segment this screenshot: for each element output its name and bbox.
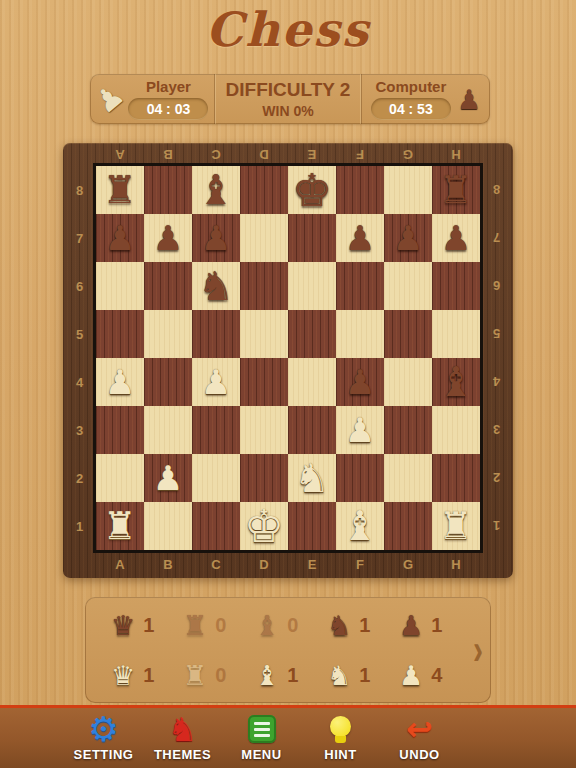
piece-black-king-e8[interactable]: ♚ xyxy=(292,168,332,213)
rank-label-8: 8 xyxy=(63,166,96,214)
piece-black-knight-c6[interactable]: ♞ xyxy=(198,266,234,306)
captured-dark-queen: ♛1 xyxy=(111,612,165,639)
square-c1[interactable] xyxy=(192,502,240,550)
square-c3[interactable] xyxy=(192,406,240,454)
piece-black-pawn-g7[interactable]: ♟ xyxy=(393,221,423,255)
square-h8[interactable]: ♜ xyxy=(432,166,480,214)
captured-light-rook: ♜0 xyxy=(183,662,237,689)
dark-pawn-icon: ♟ xyxy=(399,612,423,639)
undo-button[interactable]: ↩UNDO xyxy=(380,711,459,767)
undo-icon: ↩ xyxy=(406,711,433,747)
square-d8[interactable] xyxy=(240,166,288,214)
captured-light-queen-count: 1 xyxy=(143,664,154,687)
player-pawn-icon: ♟ xyxy=(89,79,129,119)
file-labels-top: ABCDEFGH xyxy=(96,143,480,166)
chess-board-frame: ABCDEFGH ABCDEFGH 87654321 87654321 ♜♝♚♜… xyxy=(63,143,513,578)
square-a5[interactable] xyxy=(96,310,144,358)
square-e5[interactable] xyxy=(288,310,336,358)
toolbar: ⚙SETTING♞THEMESMENUHINT↩UNDO xyxy=(0,705,576,768)
rank-label-7: 7 xyxy=(480,214,513,262)
square-c7[interactable]: ♟ xyxy=(192,214,240,262)
square-f8[interactable] xyxy=(336,166,384,214)
square-e6[interactable] xyxy=(288,262,336,310)
rank-label-5: 5 xyxy=(480,310,513,358)
piece-white-knight-e2[interactable]: ♞ xyxy=(294,458,330,498)
captured-light-knight: ♞1 xyxy=(327,662,381,689)
bulb-icon xyxy=(330,711,351,747)
piece-white-rook-h1[interactable]: ♜ xyxy=(439,507,473,545)
light-pawn-icon: ♟ xyxy=(399,662,423,689)
file-label-g: G xyxy=(384,550,432,578)
square-f1[interactable]: ♝ xyxy=(336,502,384,550)
menu-icon xyxy=(248,711,276,747)
square-c2[interactable] xyxy=(192,454,240,502)
hint-button[interactable]: HINT xyxy=(301,711,380,767)
piece-black-pawn-a7[interactable]: ♟ xyxy=(105,221,135,255)
square-d2[interactable] xyxy=(240,454,288,502)
square-b8[interactable] xyxy=(144,166,192,214)
file-label-d: D xyxy=(240,143,288,166)
file-label-e: E xyxy=(288,143,336,166)
light-bishop-icon: ♝ xyxy=(255,662,279,689)
menu-button-label: MENU xyxy=(241,747,281,762)
rank-label-4: 4 xyxy=(480,358,513,406)
dark-queen-icon: ♛ xyxy=(111,612,135,639)
piece-black-pawn-c7[interactable]: ♟ xyxy=(201,221,231,255)
computer-clock: 04 : 53 xyxy=(371,98,451,120)
captured-light-knight-count: 1 xyxy=(359,664,370,687)
square-c4[interactable]: ♟ xyxy=(192,358,240,406)
square-b3[interactable] xyxy=(144,406,192,454)
square-d1[interactable]: ♚ xyxy=(240,502,288,550)
file-label-a: A xyxy=(96,550,144,578)
square-a2[interactable] xyxy=(96,454,144,502)
hint-button-label: HINT xyxy=(324,747,356,762)
file-label-b: B xyxy=(144,143,192,166)
file-label-h: H xyxy=(432,550,480,578)
square-f5[interactable] xyxy=(336,310,384,358)
rank-labels-right: 87654321 xyxy=(480,166,513,550)
setting-button-label: SETTING xyxy=(74,747,134,762)
piece-black-rook-h8[interactable]: ♜ xyxy=(439,171,473,209)
square-a1[interactable]: ♜ xyxy=(96,502,144,550)
captured-dark-row: ♛1♜0♝0♞1♟1 xyxy=(85,600,491,650)
rank-label-6: 6 xyxy=(63,262,96,310)
rank-label-3: 3 xyxy=(480,406,513,454)
square-d6[interactable] xyxy=(240,262,288,310)
square-a3[interactable] xyxy=(96,406,144,454)
captured-dark-bishop-count: 0 xyxy=(287,614,298,637)
captured-dark-rook-count: 0 xyxy=(215,614,226,637)
captured-light-pawn: ♟4 xyxy=(399,662,453,689)
square-g4[interactable] xyxy=(384,358,432,406)
square-f2[interactable] xyxy=(336,454,384,502)
square-e7[interactable] xyxy=(288,214,336,262)
rank-label-1: 1 xyxy=(480,502,513,550)
captured-light-bishop: ♝1 xyxy=(255,662,309,689)
square-c5[interactable] xyxy=(192,310,240,358)
square-a7[interactable]: ♟ xyxy=(96,214,144,262)
piece-white-pawn-f3[interactable]: ♟ xyxy=(345,413,375,447)
square-h3[interactable] xyxy=(432,406,480,454)
square-g6[interactable] xyxy=(384,262,432,310)
square-f6[interactable] xyxy=(336,262,384,310)
themes-button-label: THEMES xyxy=(154,747,211,762)
piece-white-king-d1[interactable]: ♚ xyxy=(244,504,284,549)
square-f7[interactable]: ♟ xyxy=(336,214,384,262)
dark-bishop-icon: ♝ xyxy=(255,612,279,639)
win-percentage-label: WIN 0% xyxy=(262,103,313,119)
file-labels-bottom: ABCDEFGH xyxy=(96,550,480,578)
dark-rook-icon: ♜ xyxy=(183,612,207,639)
file-label-f: F xyxy=(336,143,384,166)
undo-button-label: UNDO xyxy=(399,747,439,762)
file-label-e: E xyxy=(288,550,336,578)
piece-black-rook-a8[interactable]: ♜ xyxy=(103,171,137,209)
dark-knight-icon: ♞ xyxy=(327,612,351,639)
file-label-h: H xyxy=(432,143,480,166)
rank-label-3: 3 xyxy=(63,406,96,454)
captured-dark-pawn: ♟1 xyxy=(399,612,453,639)
square-d7[interactable] xyxy=(240,214,288,262)
square-d3[interactable] xyxy=(240,406,288,454)
square-h5[interactable] xyxy=(432,310,480,358)
difficulty-label: DIFFICULTY 2 xyxy=(226,79,351,101)
piece-black-bishop-h4[interactable]: ♝ xyxy=(438,362,475,403)
captured-pieces-tray: ♛1♜0♝0♞1♟1 ♛1♜0♝1♞1♟4 › xyxy=(85,597,491,703)
file-label-d: D xyxy=(240,550,288,578)
file-label-g: G xyxy=(384,143,432,166)
captured-light-rook-count: 0 xyxy=(215,664,226,687)
square-b6[interactable] xyxy=(144,262,192,310)
game-info-bar: ♟ Player 04 : 03 DIFFICULTY 2 WIN 0% Com… xyxy=(90,74,490,124)
captured-dark-bishop: ♝0 xyxy=(255,612,309,639)
square-g3[interactable] xyxy=(384,406,432,454)
square-g8[interactable] xyxy=(384,166,432,214)
square-b2[interactable]: ♟ xyxy=(144,454,192,502)
rank-labels-left: 87654321 xyxy=(63,166,96,550)
computer-panel: Computer 04 : 53 ♟ xyxy=(362,74,490,124)
square-f3[interactable]: ♟ xyxy=(336,406,384,454)
captured-light-queen: ♛1 xyxy=(111,662,165,689)
rank-label-6: 6 xyxy=(480,262,513,310)
chevron-right-icon[interactable]: › xyxy=(469,623,487,676)
toolbar-buttons: ⚙SETTING♞THEMESMENUHINT↩UNDO xyxy=(64,711,459,767)
piece-white-rook-a1[interactable]: ♜ xyxy=(103,507,137,545)
captured-dark-pawn-count: 1 xyxy=(431,614,442,637)
square-g2[interactable] xyxy=(384,454,432,502)
square-g5[interactable] xyxy=(384,310,432,358)
knight-icon: ♞ xyxy=(168,711,198,747)
square-e8[interactable]: ♚ xyxy=(288,166,336,214)
piece-white-bishop-f1[interactable]: ♝ xyxy=(342,506,379,547)
square-a6[interactable] xyxy=(96,262,144,310)
piece-black-bishop-c8[interactable]: ♝ xyxy=(198,170,235,211)
square-c6[interactable]: ♞ xyxy=(192,262,240,310)
file-label-b: B xyxy=(144,550,192,578)
computer-pawn-icon: ♟ xyxy=(457,86,481,113)
rank-label-1: 1 xyxy=(63,502,96,550)
captured-light-bishop-count: 1 xyxy=(287,664,298,687)
piece-black-pawn-f4[interactable]: ♟ xyxy=(345,365,375,399)
square-g1[interactable] xyxy=(384,502,432,550)
rank-label-7: 7 xyxy=(63,214,96,262)
rank-label-2: 2 xyxy=(63,454,96,502)
square-c8[interactable]: ♝ xyxy=(192,166,240,214)
square-f4[interactable]: ♟ xyxy=(336,358,384,406)
light-queen-icon: ♛ xyxy=(111,662,135,689)
square-d4[interactable] xyxy=(240,358,288,406)
captured-light-pawn-count: 4 xyxy=(431,664,442,687)
captured-dark-knight: ♞1 xyxy=(327,612,381,639)
light-knight-icon: ♞ xyxy=(327,662,351,689)
file-label-c: C xyxy=(192,550,240,578)
rank-label-5: 5 xyxy=(63,310,96,358)
piece-white-pawn-a4[interactable]: ♟ xyxy=(105,365,135,399)
captured-dark-rook: ♜0 xyxy=(183,612,237,639)
square-h7[interactable]: ♟ xyxy=(432,214,480,262)
square-e4[interactable] xyxy=(288,358,336,406)
square-h2[interactable] xyxy=(432,454,480,502)
difficulty-panel: DIFFICULTY 2 WIN 0% xyxy=(214,74,362,124)
rank-label-4: 4 xyxy=(63,358,96,406)
square-b7[interactable]: ♟ xyxy=(144,214,192,262)
piece-black-pawn-h7[interactable]: ♟ xyxy=(441,221,471,255)
square-d5[interactable] xyxy=(240,310,288,358)
captured-dark-knight-count: 1 xyxy=(359,614,370,637)
piece-white-pawn-b2[interactable]: ♟ xyxy=(153,461,183,495)
computer-label: Computer xyxy=(375,78,446,95)
square-b4[interactable] xyxy=(144,358,192,406)
file-label-a: A xyxy=(96,143,144,166)
square-e1[interactable] xyxy=(288,502,336,550)
player-clock: 04 : 03 xyxy=(128,98,208,120)
themes-button[interactable]: ♞THEMES xyxy=(143,711,222,767)
light-rook-icon: ♜ xyxy=(183,662,207,689)
square-a8[interactable]: ♜ xyxy=(96,166,144,214)
square-e2[interactable]: ♞ xyxy=(288,454,336,502)
square-b1[interactable] xyxy=(144,502,192,550)
square-g7[interactable]: ♟ xyxy=(384,214,432,262)
gear-icon: ⚙ xyxy=(88,711,118,747)
captured-dark-queen-count: 1 xyxy=(143,614,154,637)
square-a4[interactable]: ♟ xyxy=(96,358,144,406)
player-panel: ♟ Player 04 : 03 xyxy=(90,74,214,124)
rank-label-2: 2 xyxy=(480,454,513,502)
square-h4[interactable]: ♝ xyxy=(432,358,480,406)
piece-black-pawn-f7[interactable]: ♟ xyxy=(345,221,375,255)
file-label-c: C xyxy=(192,143,240,166)
square-b5[interactable] xyxy=(144,310,192,358)
menu-button[interactable]: MENU xyxy=(222,711,301,767)
piece-black-pawn-b7[interactable]: ♟ xyxy=(153,221,183,255)
file-label-f: F xyxy=(336,550,384,578)
player-label: Player xyxy=(146,78,191,95)
setting-button[interactable]: ⚙SETTING xyxy=(64,711,143,767)
chess-board: ♜♝♚♜♟♟♟♟♟♟♞♟♟♟♝♟♟♞♜♚♝♜ xyxy=(96,166,480,550)
app-title: Chess xyxy=(0,2,576,57)
rank-label-8: 8 xyxy=(480,166,513,214)
square-h6[interactable] xyxy=(432,262,480,310)
captured-light-row: ♛1♜0♝1♞1♟4 xyxy=(85,650,491,700)
square-h1[interactable]: ♜ xyxy=(432,502,480,550)
piece-white-pawn-c4[interactable]: ♟ xyxy=(201,365,231,399)
square-e3[interactable] xyxy=(288,406,336,454)
